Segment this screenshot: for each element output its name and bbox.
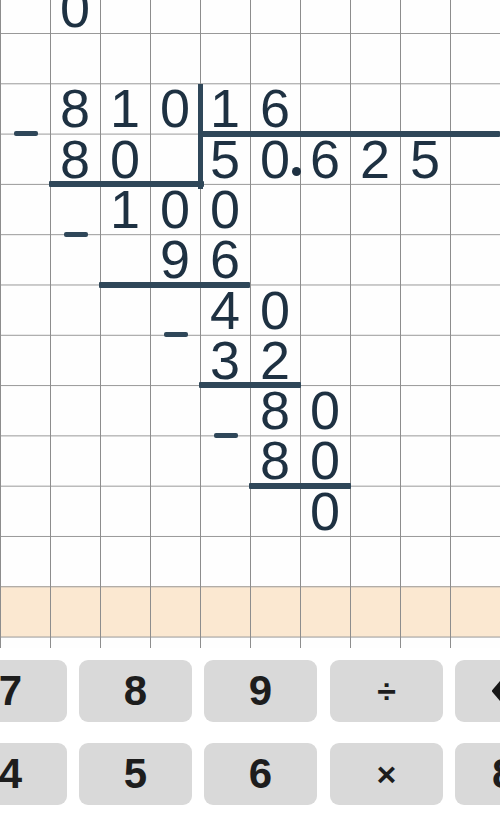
digit-cell: 6	[250, 83, 300, 133]
digit-cell: 4	[200, 285, 250, 335]
digit-cell: 0	[250, 285, 300, 335]
digit-cell: 0	[150, 83, 200, 133]
digit-cell: 1	[100, 83, 150, 133]
digit-cell: 0	[150, 184, 200, 234]
digit-cell: 0	[50, 0, 100, 33]
digit-cell: 0	[250, 134, 300, 184]
digit-cell: 0	[300, 385, 350, 435]
minus-sign	[14, 131, 38, 136]
subtraction-bar-3	[199, 382, 301, 388]
key-divide[interactable]: ÷	[330, 660, 443, 722]
divide-label: ÷	[377, 660, 396, 722]
digit-cell: 0	[300, 486, 350, 536]
digit-cell: 1	[200, 83, 250, 133]
app-screen: 081016805062510096403280800 7 8 9 ÷ 4 5 …	[0, 0, 500, 822]
key-label: 7	[0, 660, 22, 722]
key-label: 6	[249, 743, 272, 805]
digit-cell: 2	[250, 335, 300, 385]
quotient-bar	[199, 131, 500, 137]
digit-cell: 8	[250, 385, 300, 435]
key-7[interactable]: 7	[0, 660, 67, 722]
digit-cell: 8	[250, 435, 300, 485]
digit-cell: 0	[300, 435, 350, 485]
minus-sign	[214, 433, 238, 438]
multiply-label: ×	[377, 743, 397, 805]
keypad: 7 8 9 ÷ 4 5 6 × 8	[0, 650, 500, 822]
digit-cell: 8	[50, 83, 100, 133]
subtraction-bar-1	[49, 181, 204, 187]
worksheet-scroll-area[interactable]: 081016805062510096403280800	[0, 0, 500, 648]
digit-cell: 8	[50, 134, 100, 184]
key-label: 9	[249, 660, 272, 722]
key-label: 5	[124, 743, 147, 805]
key-label: 4	[0, 743, 22, 805]
backspace-icon	[492, 677, 500, 705]
key-6[interactable]: 6	[204, 743, 317, 805]
subtraction-bar-4	[249, 483, 351, 489]
digit-cell: 2	[350, 134, 400, 184]
key-multiply[interactable]: ×	[330, 743, 443, 805]
subtraction-bar-2	[99, 282, 250, 288]
key-8[interactable]: 8	[79, 660, 192, 722]
minus-sign	[64, 232, 88, 237]
digit-cell: 5	[200, 134, 250, 184]
digit-cell: 6	[300, 134, 350, 184]
decimal-point	[292, 167, 301, 176]
digit-cell: 9	[150, 234, 200, 284]
key-5[interactable]: 5	[79, 743, 192, 805]
digit-cell: 1	[100, 184, 150, 234]
key-partial-right[interactable]: 8	[455, 743, 500, 805]
digit-cell: 6	[200, 234, 250, 284]
key-backspace[interactable]	[455, 660, 500, 722]
digit-cell: 0	[200, 184, 250, 234]
key-label: 8	[461, 743, 500, 805]
key-9[interactable]: 9	[204, 660, 317, 722]
key-label: 8	[124, 660, 147, 722]
long-division-work: 081016805062510096403280800	[0, 0, 500, 648]
digit-cell: 5	[400, 134, 450, 184]
digit-cell: 0	[100, 134, 150, 184]
minus-sign	[164, 332, 188, 337]
key-4[interactable]: 4	[0, 743, 67, 805]
digit-cell: 3	[200, 335, 250, 385]
